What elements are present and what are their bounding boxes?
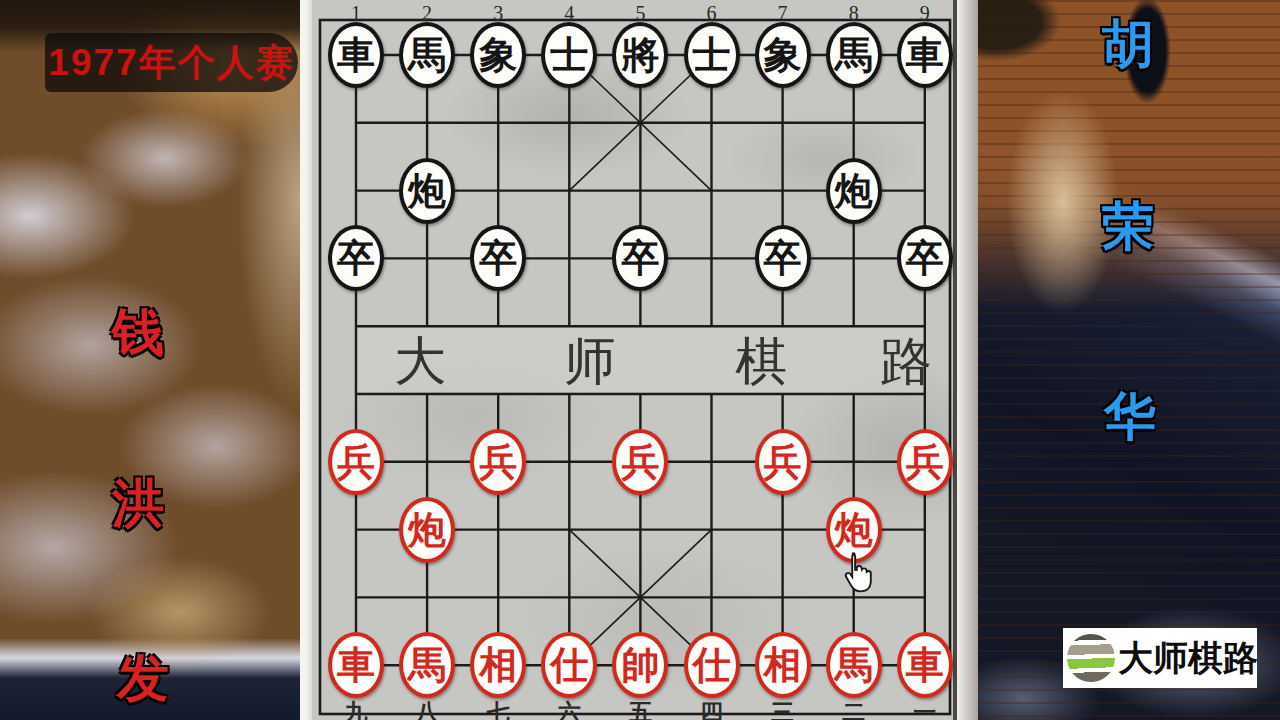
- background-photo-left: 1977年个人赛 钱 洪 发: [0, 0, 300, 720]
- piece-red-chariot[interactable]: 車: [897, 632, 953, 698]
- piece-red-soldier[interactable]: 兵: [755, 429, 811, 495]
- file-label-bottom-7: 三: [771, 697, 794, 720]
- red-player-name-char-1: 钱: [112, 306, 164, 358]
- piece-black-chariot[interactable]: 車: [897, 22, 953, 88]
- file-label-bottom-1: 九: [345, 697, 368, 720]
- logo-globe-icon: [1064, 631, 1118, 685]
- piece-black-elephant[interactable]: 象: [470, 22, 526, 88]
- piece-black-soldier[interactable]: 卒: [755, 225, 811, 291]
- red-player-name-char-2: 洪: [112, 477, 164, 529]
- piece-red-horse[interactable]: 馬: [826, 632, 882, 698]
- piece-black-advisor[interactable]: 士: [684, 22, 740, 88]
- piece-red-soldier[interactable]: 兵: [612, 429, 668, 495]
- piece-red-horse[interactable]: 馬: [399, 632, 455, 698]
- board-panel: 123456789 大师棋路 車馬象士將士象馬車炮炮卒卒卒卒卒兵兵兵兵兵炮炮車馬…: [300, 0, 978, 720]
- piece-black-elephant[interactable]: 象: [755, 22, 811, 88]
- piece-black-soldier[interactable]: 卒: [897, 225, 953, 291]
- file-label-bottom-6: 四: [700, 697, 723, 720]
- piece-black-horse[interactable]: 馬: [826, 22, 882, 88]
- piece-red-advisor[interactable]: 仕: [684, 632, 740, 698]
- black-player-name-char-3: 华: [1104, 390, 1156, 442]
- piece-red-soldier[interactable]: 兵: [897, 429, 953, 495]
- river-char-4: 路: [880, 327, 932, 397]
- piece-red-soldier[interactable]: 兵: [328, 429, 384, 495]
- background-photo-right: 胡 荣 华 大师棋路: [978, 0, 1280, 720]
- river-char-3: 棋: [735, 327, 787, 397]
- red-player-name-char-3: 发: [117, 652, 169, 704]
- event-title-text: 1977年个人赛: [48, 38, 294, 88]
- piece-black-cannon[interactable]: 炮: [826, 158, 882, 224]
- watermark-logo: 大师棋路: [1063, 628, 1257, 688]
- piece-black-general[interactable]: 將: [612, 22, 668, 88]
- piece-black-cannon[interactable]: 炮: [399, 158, 455, 224]
- piece-black-chariot[interactable]: 車: [328, 22, 384, 88]
- file-label-bottom-9: 一: [913, 697, 936, 720]
- logo-text: 大师棋路: [1118, 635, 1258, 682]
- river-char-2: 师: [564, 327, 616, 397]
- piece-red-cannon[interactable]: 炮: [399, 497, 455, 563]
- screenshot-root: 1977年个人赛 钱 洪 发 123456789 大师棋路 車馬象士將士象馬車炮…: [0, 0, 1280, 720]
- file-label-bottom-2: 八: [416, 697, 439, 720]
- piece-red-soldier[interactable]: 兵: [470, 429, 526, 495]
- piece-red-elephant[interactable]: 相: [755, 632, 811, 698]
- river-char-1: 大: [394, 327, 446, 397]
- file-label-bottom-8: 二: [842, 697, 865, 720]
- event-title-banner: 1977年个人赛: [45, 33, 298, 92]
- xiangqi-board[interactable]: 123456789 大师棋路 車馬象士將士象馬車炮炮卒卒卒卒卒兵兵兵兵兵炮炮車馬…: [312, 0, 957, 720]
- black-player-name-char-2: 荣: [1102, 200, 1154, 252]
- piece-red-elephant[interactable]: 相: [470, 632, 526, 698]
- piece-red-chariot[interactable]: 車: [328, 632, 384, 698]
- piece-black-soldier[interactable]: 卒: [328, 225, 384, 291]
- piece-black-advisor[interactable]: 士: [541, 22, 597, 88]
- piece-black-horse[interactable]: 馬: [399, 22, 455, 88]
- black-player-name-char-1: 胡: [1102, 18, 1154, 70]
- file-label-bottom-4: 六: [558, 697, 581, 720]
- piece-red-cannon[interactable]: 炮: [826, 497, 882, 563]
- file-label-bottom-5: 五: [629, 697, 652, 720]
- file-label-bottom-3: 七: [487, 697, 510, 720]
- board-panel-right-bevel: [957, 0, 978, 720]
